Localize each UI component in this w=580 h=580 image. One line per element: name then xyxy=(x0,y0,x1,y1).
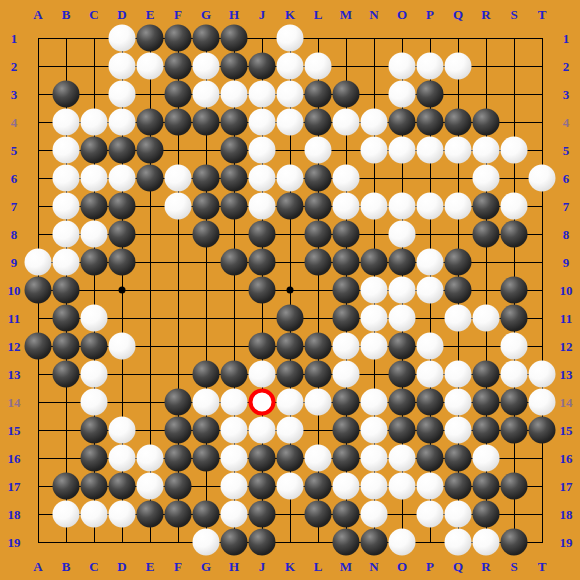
black-stone-E5 xyxy=(137,137,164,164)
white-stone-K2 xyxy=(277,53,304,80)
row-label-left-8: 8 xyxy=(11,228,18,241)
col-label-bottom-R: R xyxy=(481,560,490,573)
white-stone-C4 xyxy=(81,109,108,136)
row-label-right-2: 2 xyxy=(563,60,570,73)
black-stone-R15 xyxy=(473,417,500,444)
black-stone-J2 xyxy=(249,53,276,80)
black-stone-G18 xyxy=(193,501,220,528)
col-label-top-N: N xyxy=(369,8,378,21)
white-stone-O5 xyxy=(389,137,416,164)
black-stone-M3 xyxy=(333,81,360,108)
black-stone-P14 xyxy=(417,389,444,416)
white-stone-H3 xyxy=(221,81,248,108)
black-stone-F18 xyxy=(165,501,192,528)
row-label-right-17: 17 xyxy=(560,480,573,493)
row-label-left-5: 5 xyxy=(11,144,18,157)
black-stone-H7 xyxy=(221,193,248,220)
row-label-left-13: 13 xyxy=(8,368,21,381)
row-label-right-9: 9 xyxy=(563,256,570,269)
black-stone-G6 xyxy=(193,165,220,192)
black-stone-B10 xyxy=(53,277,80,304)
black-stone-H1 xyxy=(221,25,248,52)
black-stone-L6 xyxy=(305,165,332,192)
black-stone-M18 xyxy=(333,501,360,528)
white-stone-S13 xyxy=(501,361,528,388)
black-stone-D5 xyxy=(109,137,136,164)
white-stone-Q19 xyxy=(445,529,472,556)
col-label-top-R: R xyxy=(481,8,490,21)
white-stone-O2 xyxy=(389,53,416,80)
white-stone-F7 xyxy=(165,193,192,220)
col-label-top-G: G xyxy=(201,8,211,21)
col-label-bottom-H: H xyxy=(229,560,239,573)
white-stone-P10 xyxy=(417,277,444,304)
white-stone-B4 xyxy=(53,109,80,136)
black-stone-S11 xyxy=(501,305,528,332)
black-stone-J12 xyxy=(249,333,276,360)
white-stone-C8 xyxy=(81,221,108,248)
black-stone-Q4 xyxy=(445,109,472,136)
white-stone-R6 xyxy=(473,165,500,192)
black-stone-R14 xyxy=(473,389,500,416)
row-label-right-10: 10 xyxy=(560,284,573,297)
black-stone-H4 xyxy=(221,109,248,136)
black-stone-P15 xyxy=(417,417,444,444)
black-stone-L9 xyxy=(305,249,332,276)
white-stone-N12 xyxy=(361,333,388,360)
row-label-left-15: 15 xyxy=(8,424,21,437)
black-stone-R17 xyxy=(473,473,500,500)
black-stone-M15 xyxy=(333,417,360,444)
white-stone-T14 xyxy=(529,389,556,416)
col-label-top-E: E xyxy=(146,8,155,21)
white-stone-S7 xyxy=(501,193,528,220)
black-stone-C7 xyxy=(81,193,108,220)
row-label-right-6: 6 xyxy=(563,172,570,185)
black-stone-R4 xyxy=(473,109,500,136)
white-stone-B8 xyxy=(53,221,80,248)
white-stone-R16 xyxy=(473,445,500,472)
black-stone-N19 xyxy=(361,529,388,556)
white-stone-C13 xyxy=(81,361,108,388)
black-stone-O12 xyxy=(389,333,416,360)
white-stone-B5 xyxy=(53,137,80,164)
white-stone-L5 xyxy=(305,137,332,164)
black-stone-H9 xyxy=(221,249,248,276)
black-stone-S17 xyxy=(501,473,528,500)
white-stone-G3 xyxy=(193,81,220,108)
white-stone-Q11 xyxy=(445,305,472,332)
black-stone-M8 xyxy=(333,221,360,248)
white-stone-M13 xyxy=(333,361,360,388)
row-label-left-10: 10 xyxy=(8,284,21,297)
col-label-top-H: H xyxy=(229,8,239,21)
white-stone-H17 xyxy=(221,473,248,500)
black-stone-K16 xyxy=(277,445,304,472)
col-label-bottom-E: E xyxy=(146,560,155,573)
row-label-left-16: 16 xyxy=(8,452,21,465)
black-stone-R7 xyxy=(473,193,500,220)
row-label-left-9: 9 xyxy=(11,256,18,269)
black-stone-M19 xyxy=(333,529,360,556)
white-stone-K6 xyxy=(277,165,304,192)
black-stone-E4 xyxy=(137,109,164,136)
white-stone-M6 xyxy=(333,165,360,192)
black-stone-L8 xyxy=(305,221,332,248)
row-label-left-11: 11 xyxy=(8,312,20,325)
row-label-right-18: 18 xyxy=(560,508,573,521)
white-stone-M12 xyxy=(333,333,360,360)
col-label-bottom-C: C xyxy=(89,560,98,573)
black-stone-B17 xyxy=(53,473,80,500)
black-stone-Q17 xyxy=(445,473,472,500)
white-stone-E17 xyxy=(137,473,164,500)
black-stone-P3 xyxy=(417,81,444,108)
white-stone-N11 xyxy=(361,305,388,332)
white-stone-J13 xyxy=(249,361,276,388)
black-stone-E6 xyxy=(137,165,164,192)
white-stone-B7 xyxy=(53,193,80,220)
col-label-top-S: S xyxy=(510,8,517,21)
white-stone-O7 xyxy=(389,193,416,220)
white-stone-D1 xyxy=(109,25,136,52)
col-label-top-B: B xyxy=(62,8,71,21)
black-stone-E1 xyxy=(137,25,164,52)
black-stone-O4 xyxy=(389,109,416,136)
black-stone-O15 xyxy=(389,417,416,444)
black-stone-L18 xyxy=(305,501,332,528)
white-stone-B18 xyxy=(53,501,80,528)
row-label-left-17: 17 xyxy=(8,480,21,493)
col-label-bottom-B: B xyxy=(62,560,71,573)
black-stone-M10 xyxy=(333,277,360,304)
white-stone-G19 xyxy=(193,529,220,556)
col-label-bottom-L: L xyxy=(314,560,323,573)
black-stone-F17 xyxy=(165,473,192,500)
white-stone-M4 xyxy=(333,109,360,136)
black-stone-K11 xyxy=(277,305,304,332)
white-stone-N10 xyxy=(361,277,388,304)
white-stone-J5 xyxy=(249,137,276,164)
black-stone-H6 xyxy=(221,165,248,192)
white-stone-N14 xyxy=(361,389,388,416)
white-stone-R19 xyxy=(473,529,500,556)
black-stone-L12 xyxy=(305,333,332,360)
white-stone-T13 xyxy=(529,361,556,388)
white-stone-M7 xyxy=(333,193,360,220)
black-stone-M16 xyxy=(333,445,360,472)
row-label-right-14: 14 xyxy=(560,396,573,409)
black-stone-G16 xyxy=(193,445,220,472)
black-stone-F3 xyxy=(165,81,192,108)
white-stone-O8 xyxy=(389,221,416,248)
black-stone-F2 xyxy=(165,53,192,80)
white-stone-D12 xyxy=(109,333,136,360)
black-stone-C12 xyxy=(81,333,108,360)
white-stone-Q18 xyxy=(445,501,472,528)
white-stone-K14 xyxy=(277,389,304,416)
black-stone-M14 xyxy=(333,389,360,416)
white-stone-E16 xyxy=(137,445,164,472)
col-label-top-D: D xyxy=(117,8,126,21)
white-stone-H15 xyxy=(221,417,248,444)
white-stone-O17 xyxy=(389,473,416,500)
white-stone-C14 xyxy=(81,389,108,416)
star-point-K10 xyxy=(287,287,294,294)
white-stone-P2 xyxy=(417,53,444,80)
row-label-right-19: 19 xyxy=(560,536,573,549)
row-label-right-16: 16 xyxy=(560,452,573,465)
row-label-right-15: 15 xyxy=(560,424,573,437)
black-stone-P4 xyxy=(417,109,444,136)
white-stone-C11 xyxy=(81,305,108,332)
black-stone-A10 xyxy=(25,277,52,304)
white-stone-L16 xyxy=(305,445,332,472)
white-stone-P7 xyxy=(417,193,444,220)
white-stone-P18 xyxy=(417,501,444,528)
black-stone-M11 xyxy=(333,305,360,332)
black-stone-R13 xyxy=(473,361,500,388)
white-stone-F6 xyxy=(165,165,192,192)
white-stone-P9 xyxy=(417,249,444,276)
black-stone-F16 xyxy=(165,445,192,472)
white-stone-P5 xyxy=(417,137,444,164)
white-stone-R5 xyxy=(473,137,500,164)
row-label-right-1: 1 xyxy=(563,32,570,45)
white-stone-A9 xyxy=(25,249,52,276)
black-stone-C15 xyxy=(81,417,108,444)
black-stone-O9 xyxy=(389,249,416,276)
white-stone-J15 xyxy=(249,417,276,444)
row-label-left-6: 6 xyxy=(11,172,18,185)
row-label-left-12: 12 xyxy=(8,340,21,353)
black-stone-N9 xyxy=(361,249,388,276)
white-stone-J3 xyxy=(249,81,276,108)
col-label-top-J: J xyxy=(259,8,266,21)
row-label-right-13: 13 xyxy=(560,368,573,381)
black-stone-F1 xyxy=(165,25,192,52)
row-label-right-8: 8 xyxy=(563,228,570,241)
white-stone-N18 xyxy=(361,501,388,528)
black-stone-L13 xyxy=(305,361,332,388)
black-stone-J16 xyxy=(249,445,276,472)
white-stone-P17 xyxy=(417,473,444,500)
white-stone-N5 xyxy=(361,137,388,164)
black-stone-F15 xyxy=(165,417,192,444)
black-stone-B3 xyxy=(53,81,80,108)
white-stone-O16 xyxy=(389,445,416,472)
black-stone-O13 xyxy=(389,361,416,388)
black-stone-L17 xyxy=(305,473,332,500)
black-stone-S8 xyxy=(501,221,528,248)
black-stone-C9 xyxy=(81,249,108,276)
black-stone-A12 xyxy=(25,333,52,360)
white-stone-Q7 xyxy=(445,193,472,220)
white-stone-L2 xyxy=(305,53,332,80)
col-label-bottom-S: S xyxy=(510,560,517,573)
white-stone-D15 xyxy=(109,417,136,444)
white-stone-D18 xyxy=(109,501,136,528)
black-stone-G15 xyxy=(193,417,220,444)
black-stone-H2 xyxy=(221,53,248,80)
row-label-left-18: 18 xyxy=(8,508,21,521)
row-label-left-14: 14 xyxy=(8,396,21,409)
black-stone-B13 xyxy=(53,361,80,388)
star-point-D10 xyxy=(119,287,126,294)
white-stone-K17 xyxy=(277,473,304,500)
row-label-right-7: 7 xyxy=(563,200,570,213)
white-stone-C18 xyxy=(81,501,108,528)
white-stone-B6 xyxy=(53,165,80,192)
black-stone-G7 xyxy=(193,193,220,220)
black-stone-H19 xyxy=(221,529,248,556)
white-stone-K15 xyxy=(277,417,304,444)
black-stone-S10 xyxy=(501,277,528,304)
black-stone-C5 xyxy=(81,137,108,164)
last-move-marker-J14 xyxy=(249,389,276,416)
col-label-bottom-F: F xyxy=(174,560,182,573)
black-stone-G4 xyxy=(193,109,220,136)
black-stone-D17 xyxy=(109,473,136,500)
col-label-top-A: A xyxy=(33,8,42,21)
col-label-bottom-N: N xyxy=(369,560,378,573)
white-stone-J7 xyxy=(249,193,276,220)
black-stone-G1 xyxy=(193,25,220,52)
black-stone-G13 xyxy=(193,361,220,388)
col-label-bottom-G: G xyxy=(201,560,211,573)
black-stone-B11 xyxy=(53,305,80,332)
black-stone-J8 xyxy=(249,221,276,248)
white-stone-D4 xyxy=(109,109,136,136)
col-label-bottom-A: A xyxy=(33,560,42,573)
white-stone-T6 xyxy=(529,165,556,192)
white-stone-O10 xyxy=(389,277,416,304)
white-stone-K3 xyxy=(277,81,304,108)
white-stone-N16 xyxy=(361,445,388,472)
white-stone-G14 xyxy=(193,389,220,416)
white-stone-C6 xyxy=(81,165,108,192)
black-stone-L3 xyxy=(305,81,332,108)
white-stone-H18 xyxy=(221,501,248,528)
row-label-left-7: 7 xyxy=(11,200,18,213)
col-label-top-L: L xyxy=(314,8,323,21)
col-label-bottom-O: O xyxy=(397,560,407,573)
white-stone-J4 xyxy=(249,109,276,136)
black-stone-F4 xyxy=(165,109,192,136)
white-stone-N17 xyxy=(361,473,388,500)
col-label-bottom-D: D xyxy=(117,560,126,573)
col-label-top-F: F xyxy=(174,8,182,21)
white-stone-S5 xyxy=(501,137,528,164)
black-stone-L4 xyxy=(305,109,332,136)
black-stone-M9 xyxy=(333,249,360,276)
black-stone-J19 xyxy=(249,529,276,556)
black-stone-G8 xyxy=(193,221,220,248)
row-label-left-1: 1 xyxy=(11,32,18,45)
col-label-top-T: T xyxy=(538,8,547,21)
col-label-bottom-M: M xyxy=(340,560,352,573)
black-stone-D9 xyxy=(109,249,136,276)
white-stone-B9 xyxy=(53,249,80,276)
row-label-right-11: 11 xyxy=(560,312,572,325)
col-label-top-M: M xyxy=(340,8,352,21)
black-stone-S15 xyxy=(501,417,528,444)
black-stone-P16 xyxy=(417,445,444,472)
black-stone-R8 xyxy=(473,221,500,248)
col-label-top-K: K xyxy=(285,8,295,21)
go-board-screen: AABBCCDDEEFFGGHHJJKKLLMMNNOOPPQQRRSSTT11… xyxy=(0,0,580,580)
white-stone-N15 xyxy=(361,417,388,444)
black-stone-O14 xyxy=(389,389,416,416)
white-stone-M17 xyxy=(333,473,360,500)
black-stone-Q16 xyxy=(445,445,472,472)
black-stone-F14 xyxy=(165,389,192,416)
white-stone-K4 xyxy=(277,109,304,136)
black-stone-Q9 xyxy=(445,249,472,276)
col-label-top-Q: Q xyxy=(453,8,463,21)
col-label-bottom-T: T xyxy=(538,560,547,573)
col-label-bottom-K: K xyxy=(285,560,295,573)
col-label-bottom-J: J xyxy=(259,560,266,573)
col-label-top-O: O xyxy=(397,8,407,21)
row-label-right-3: 3 xyxy=(563,88,570,101)
black-stone-T15 xyxy=(529,417,556,444)
white-stone-Q14 xyxy=(445,389,472,416)
white-stone-N4 xyxy=(361,109,388,136)
white-stone-G2 xyxy=(193,53,220,80)
black-stone-K12 xyxy=(277,333,304,360)
black-stone-S14 xyxy=(501,389,528,416)
white-stone-H14 xyxy=(221,389,248,416)
white-stone-E2 xyxy=(137,53,164,80)
white-stone-O3 xyxy=(389,81,416,108)
col-label-top-P: P xyxy=(426,8,434,21)
black-stone-C17 xyxy=(81,473,108,500)
black-stone-R18 xyxy=(473,501,500,528)
white-stone-O11 xyxy=(389,305,416,332)
white-stone-D3 xyxy=(109,81,136,108)
white-stone-R11 xyxy=(473,305,500,332)
black-stone-D7 xyxy=(109,193,136,220)
black-stone-C16 xyxy=(81,445,108,472)
black-stone-J9 xyxy=(249,249,276,276)
black-stone-S19 xyxy=(501,529,528,556)
col-label-bottom-P: P xyxy=(426,560,434,573)
white-stone-O19 xyxy=(389,529,416,556)
white-stone-Q2 xyxy=(445,53,472,80)
black-stone-D8 xyxy=(109,221,136,248)
black-stone-J18 xyxy=(249,501,276,528)
row-label-right-5: 5 xyxy=(563,144,570,157)
black-stone-H13 xyxy=(221,361,248,388)
white-stone-L14 xyxy=(305,389,332,416)
white-stone-D6 xyxy=(109,165,136,192)
col-label-top-C: C xyxy=(89,8,98,21)
row-label-right-4: 4 xyxy=(563,116,570,129)
black-stone-E18 xyxy=(137,501,164,528)
white-stone-J6 xyxy=(249,165,276,192)
row-label-left-19: 19 xyxy=(8,536,21,549)
black-stone-J10 xyxy=(249,277,276,304)
white-stone-K1 xyxy=(277,25,304,52)
white-stone-S12 xyxy=(501,333,528,360)
row-label-left-3: 3 xyxy=(11,88,18,101)
white-stone-P12 xyxy=(417,333,444,360)
black-stone-K13 xyxy=(277,361,304,388)
white-stone-Q13 xyxy=(445,361,472,388)
col-label-bottom-Q: Q xyxy=(453,560,463,573)
white-stone-N7 xyxy=(361,193,388,220)
